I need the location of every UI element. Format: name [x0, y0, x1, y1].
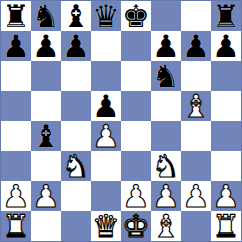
square-h3[interactable]: [211, 151, 241, 181]
square-a3[interactable]: [1, 151, 31, 181]
square-f1[interactable]: ♝: [151, 211, 181, 241]
square-c2[interactable]: [61, 181, 91, 211]
square-d8[interactable]: ♛: [91, 1, 121, 31]
square-e6[interactable]: [121, 61, 151, 91]
piece-black-queen[interactable]: ♛: [92, 1, 120, 31]
piece-black-knight[interactable]: ♞: [32, 1, 60, 31]
piece-black-pawn[interactable]: ♟: [212, 31, 240, 61]
piece-black-pawn[interactable]: ♟: [92, 91, 120, 121]
square-h1[interactable]: ♜: [211, 211, 241, 241]
square-g6[interactable]: [181, 61, 211, 91]
piece-black-pawn[interactable]: ♟: [32, 31, 60, 61]
piece-black-pawn[interactable]: ♟: [62, 31, 90, 61]
piece-white-knight[interactable]: ♞: [62, 151, 90, 181]
square-f2[interactable]: ♟: [151, 181, 181, 211]
square-h2[interactable]: ♟: [211, 181, 241, 211]
square-d1[interactable]: ♛: [91, 211, 121, 241]
square-f6[interactable]: ♞: [151, 61, 181, 91]
square-b8[interactable]: ♞: [31, 1, 61, 31]
square-d3[interactable]: [91, 151, 121, 181]
piece-white-pawn[interactable]: ♟: [212, 181, 240, 211]
square-h6[interactable]: [211, 61, 241, 91]
square-h4[interactable]: [211, 121, 241, 151]
square-f7[interactable]: ♟: [151, 31, 181, 61]
square-d4[interactable]: ♟: [91, 121, 121, 151]
piece-white-pawn[interactable]: ♟: [122, 181, 150, 211]
square-f3[interactable]: ♞: [151, 151, 181, 181]
square-a6[interactable]: [1, 61, 31, 91]
square-a8[interactable]: ♜: [1, 1, 31, 31]
square-b7[interactable]: ♟: [31, 31, 61, 61]
piece-white-pawn[interactable]: ♟: [32, 181, 60, 211]
square-h5[interactable]: [211, 91, 241, 121]
square-e3[interactable]: [121, 151, 151, 181]
square-d5[interactable]: ♟: [91, 91, 121, 121]
square-f8[interactable]: [151, 1, 181, 31]
piece-white-knight[interactable]: ♞: [152, 151, 180, 181]
piece-black-pawn[interactable]: ♟: [152, 31, 180, 61]
piece-white-pawn[interactable]: ♟: [152, 181, 180, 211]
square-c1[interactable]: [61, 211, 91, 241]
square-b6[interactable]: [31, 61, 61, 91]
piece-black-pawn[interactable]: ♟: [2, 31, 30, 61]
square-b4[interactable]: ♝: [31, 121, 61, 151]
square-d2[interactable]: [91, 181, 121, 211]
square-a5[interactable]: [1, 91, 31, 121]
piece-white-bishop[interactable]: ♝: [152, 211, 180, 241]
square-a2[interactable]: ♟: [1, 181, 31, 211]
square-g7[interactable]: ♟: [181, 31, 211, 61]
piece-black-rook[interactable]: ♜: [212, 1, 240, 31]
square-d7[interactable]: [91, 31, 121, 61]
square-c3[interactable]: ♞: [61, 151, 91, 181]
square-g1[interactable]: [181, 211, 211, 241]
square-a7[interactable]: ♟: [1, 31, 31, 61]
square-g3[interactable]: [181, 151, 211, 181]
piece-black-king[interactable]: ♚: [122, 1, 150, 31]
square-b1[interactable]: [31, 211, 61, 241]
chess-board: ♜♞♝♛♚♜♟♟♟♟♟♟♞♟♝♝♟♞♞♟♟♟♟♟♟♜♛♚♝♜: [0, 0, 242, 242]
piece-white-rook[interactable]: ♜: [212, 211, 240, 241]
piece-black-pawn[interactable]: ♟: [182, 31, 210, 61]
square-a4[interactable]: [1, 121, 31, 151]
piece-white-queen[interactable]: ♛: [92, 211, 120, 241]
square-f5[interactable]: [151, 91, 181, 121]
square-b3[interactable]: [31, 151, 61, 181]
piece-white-pawn[interactable]: ♟: [2, 181, 30, 211]
square-e2[interactable]: ♟: [121, 181, 151, 211]
square-e5[interactable]: [121, 91, 151, 121]
square-b2[interactable]: ♟: [31, 181, 61, 211]
piece-black-bishop[interactable]: ♝: [62, 1, 90, 31]
square-h7[interactable]: ♟: [211, 31, 241, 61]
square-d6[interactable]: [91, 61, 121, 91]
square-g5[interactable]: ♝: [181, 91, 211, 121]
square-c5[interactable]: [61, 91, 91, 121]
square-c4[interactable]: [61, 121, 91, 151]
square-c8[interactable]: ♝: [61, 1, 91, 31]
square-f4[interactable]: [151, 121, 181, 151]
piece-black-rook[interactable]: ♜: [2, 1, 30, 31]
piece-black-bishop[interactable]: ♝: [32, 121, 60, 151]
square-h8[interactable]: ♜: [211, 1, 241, 31]
square-c6[interactable]: [61, 61, 91, 91]
square-e1[interactable]: ♚: [121, 211, 151, 241]
square-g2[interactable]: ♟: [181, 181, 211, 211]
square-e8[interactable]: ♚: [121, 1, 151, 31]
square-a1[interactable]: ♜: [1, 211, 31, 241]
piece-white-bishop[interactable]: ♝: [182, 91, 210, 121]
piece-white-pawn[interactable]: ♟: [92, 121, 120, 151]
piece-white-king[interactable]: ♚: [122, 211, 150, 241]
square-b5[interactable]: [31, 91, 61, 121]
square-c7[interactable]: ♟: [61, 31, 91, 61]
piece-white-pawn[interactable]: ♟: [182, 181, 210, 211]
square-g4[interactable]: [181, 121, 211, 151]
square-e4[interactable]: [121, 121, 151, 151]
piece-white-rook[interactable]: ♜: [2, 211, 30, 241]
square-g8[interactable]: [181, 1, 211, 31]
square-e7[interactable]: [121, 31, 151, 61]
piece-black-knight[interactable]: ♞: [152, 61, 180, 91]
